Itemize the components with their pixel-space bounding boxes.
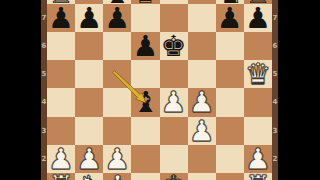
square-f7[interactable] (188, 4, 216, 32)
square-a3[interactable] (47, 117, 75, 145)
square-a6[interactable] (47, 32, 75, 60)
piece-black-bishop-c8[interactable]: ♝ (104, 0, 130, 7)
piece-black-queen-d8[interactable]: ♛ (132, 0, 158, 7)
square-c8[interactable]: ♝ (103, 0, 131, 4)
square-c3[interactable] (103, 117, 131, 145)
square-d5[interactable] (131, 60, 159, 88)
square-c6[interactable] (103, 32, 131, 60)
square-a5[interactable] (47, 60, 75, 88)
rank-label-4: 4 (273, 99, 278, 106)
square-h1[interactable]: ♜ (244, 173, 272, 180)
rank-label-5: 5 (42, 71, 47, 78)
rank-label-7: 7 (42, 15, 47, 22)
square-b3[interactable] (75, 117, 103, 145)
square-e4[interactable]: ♟ (160, 88, 188, 116)
square-f3[interactable]: ♟ (188, 117, 216, 145)
square-a4[interactable] (47, 88, 75, 116)
square-g8[interactable]: ♞ (216, 0, 244, 4)
piece-white-rook-h1[interactable]: ♜ (245, 172, 271, 180)
rank-label-7: 7 (273, 15, 278, 22)
square-d4[interactable]: ♝ (131, 88, 159, 116)
square-b7[interactable]: ♟ (75, 4, 103, 32)
rank-label-3: 3 (273, 127, 278, 134)
square-g3[interactable] (216, 117, 244, 145)
square-b1[interactable]: ♞ (75, 173, 103, 180)
piece-black-rook-a8[interactable]: ♜ (48, 0, 74, 7)
piece-white-bishop-c1[interactable]: ♝ (104, 172, 130, 180)
piece-white-queen-h5[interactable]: ♛ (245, 60, 271, 88)
square-g2[interactable] (216, 145, 244, 173)
square-c5[interactable] (103, 60, 131, 88)
right-rank-labels: 765432 (272, 0, 278, 180)
square-e3[interactable] (160, 117, 188, 145)
piece-black-king-e6[interactable]: ♚ (161, 32, 187, 60)
square-f6[interactable] (188, 32, 216, 60)
rank-label-4: 4 (42, 99, 47, 106)
square-a1[interactable]: ♜ (47, 173, 75, 180)
left-rank-labels: 765432 (41, 0, 47, 180)
square-f4[interactable]: ♟ (188, 88, 216, 116)
square-d2[interactable] (131, 145, 159, 173)
square-g5[interactable] (216, 60, 244, 88)
square-d3[interactable] (131, 117, 159, 145)
piece-black-bishop-d4[interactable]: ♝ (132, 88, 158, 116)
square-d1[interactable] (131, 173, 159, 180)
square-h3[interactable] (244, 117, 272, 145)
piece-white-king-e1[interactable]: ♚ (161, 172, 187, 180)
piece-black-rook-h8[interactable]: ♜ (245, 0, 271, 7)
square-g4[interactable] (216, 88, 244, 116)
piece-white-pawn-f4[interactable]: ♟ (189, 88, 215, 116)
piece-black-pawn-d6[interactable]: ♟ (132, 32, 158, 60)
square-h8[interactable]: ♜ (244, 0, 272, 4)
piece-black-knight-g8[interactable]: ♞ (217, 0, 243, 7)
rank-label-2: 2 (273, 155, 278, 162)
square-h5[interactable]: ♛ (244, 60, 272, 88)
square-h6[interactable] (244, 32, 272, 60)
piece-white-knight-b1[interactable]: ♞ (76, 172, 102, 180)
square-g6[interactable] (216, 32, 244, 60)
square-a8[interactable]: ♜ (47, 0, 75, 4)
rank-label-6: 6 (273, 43, 278, 50)
square-e1[interactable]: ♚ (160, 173, 188, 180)
piece-white-pawn-f3[interactable]: ♟ (189, 117, 215, 145)
square-f2[interactable] (188, 145, 216, 173)
square-e7[interactable] (160, 4, 188, 32)
left-letterbox-bar (0, 0, 41, 180)
square-f5[interactable] (188, 60, 216, 88)
square-b6[interactable] (75, 32, 103, 60)
right-letterbox-bar (278, 0, 320, 180)
rank-label-3: 3 (42, 127, 47, 134)
piece-white-pawn-e4[interactable]: ♟ (161, 88, 187, 116)
square-h4[interactable] (244, 88, 272, 116)
rank-label-6: 6 (42, 43, 47, 50)
board-frame: 765432 765432 ♜♝♛♞♜♟♟♟♟♟♟♚♛♝♟♟♟♟♟♟♟♜♞♝♚♜ (0, 0, 320, 180)
chess-board[interactable]: ♜♝♛♞♜♟♟♟♟♟♟♚♛♝♟♟♟♟♟♟♟♜♞♝♚♜ (47, 0, 272, 180)
rank-label-5: 5 (273, 71, 278, 78)
square-c4[interactable] (103, 88, 131, 116)
square-c1[interactable]: ♝ (103, 173, 131, 180)
rank-label-2: 2 (42, 155, 47, 162)
square-f1[interactable] (188, 173, 216, 180)
square-b4[interactable] (75, 88, 103, 116)
square-e6[interactable]: ♚ (160, 32, 188, 60)
piece-white-rook-a1[interactable]: ♜ (48, 172, 74, 180)
square-d8[interactable]: ♛ (131, 0, 159, 4)
square-b5[interactable] (75, 60, 103, 88)
square-g1[interactable] (216, 173, 244, 180)
square-e5[interactable] (160, 60, 188, 88)
square-d6[interactable]: ♟ (131, 32, 159, 60)
piece-black-pawn-b7[interactable]: ♟ (76, 4, 102, 32)
